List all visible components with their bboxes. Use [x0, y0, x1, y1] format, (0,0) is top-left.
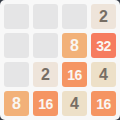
tile-16-r4c2: 16 — [33, 91, 58, 116]
tile-4-r4c3: 4 — [62, 91, 87, 116]
tile-8-r4c1: 8 — [4, 91, 29, 116]
tile-32-r2c4: 32 — [91, 33, 116, 58]
empty-cell-r2c2 — [33, 33, 58, 58]
empty-cell-r1c1 — [4, 4, 29, 29]
empty-cell-r1c3 — [62, 4, 87, 29]
empty-cell-r2c1 — [4, 33, 29, 58]
tile-4-r3c4: 4 — [91, 62, 116, 87]
tile-16-r3c3: 16 — [62, 62, 87, 87]
tile-8-r2c3: 8 — [62, 33, 87, 58]
tile-16-r4c4: 16 — [91, 91, 116, 116]
empty-cell-r1c2 — [33, 4, 58, 29]
tile-2-r1c4: 2 — [91, 4, 116, 29]
2048-board[interactable]: 28322164816416 — [0, 0, 120, 120]
empty-cell-r3c1 — [4, 62, 29, 87]
tile-2-r3c2: 2 — [33, 62, 58, 87]
